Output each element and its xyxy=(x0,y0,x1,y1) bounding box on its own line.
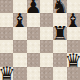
board-square-r6c3[interactable] xyxy=(27,67,40,80)
piece-black-rook[interactable]: ♜ xyxy=(53,27,66,40)
board-square-r5c3[interactable] xyxy=(27,53,40,66)
board-square-r3c3[interactable] xyxy=(27,27,40,40)
board-square-r5c2[interactable] xyxy=(13,53,26,66)
chess-board-screenshot: { "game": "chess", "view": "6x6 cropped … xyxy=(0,0,80,80)
piece-black-bishop[interactable]: ♝ xyxy=(13,13,26,26)
piece-black-bishop[interactable]: ♝ xyxy=(67,13,80,26)
piece-black-queen[interactable]: ♛ xyxy=(0,67,13,80)
board-square-r5c4[interactable] xyxy=(40,53,53,66)
board-square-r4c1[interactable] xyxy=(0,40,13,53)
board-square-r6c4[interactable] xyxy=(40,67,53,80)
piece-black-queen[interactable]: ♛ xyxy=(67,53,80,66)
board-square-r6c2[interactable] xyxy=(13,67,26,80)
board-square-r4c2[interactable] xyxy=(13,40,26,53)
piece-black-pawn[interactable]: ♟ xyxy=(27,0,40,13)
board-square-r4c3[interactable] xyxy=(27,40,40,53)
